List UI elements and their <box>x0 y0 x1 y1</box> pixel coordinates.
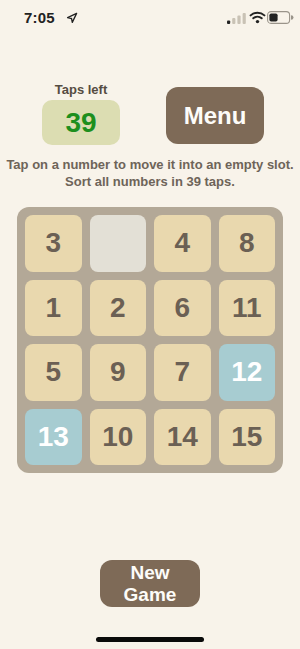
status-bar-time: 7:05 <box>24 9 55 26</box>
menu-button[interactable]: Menu <box>166 87 264 144</box>
tile-5[interactable]: 5 <box>25 344 82 401</box>
instructions-line2: Sort all numbers in 39 taps. <box>0 173 300 190</box>
tile-12[interactable]: 12 <box>219 344 276 401</box>
tile-10[interactable]: 10 <box>90 409 147 466</box>
taps-left-value: 39 <box>65 107 96 139</box>
tile-2[interactable]: 2 <box>90 280 147 337</box>
taps-left-box: 39 <box>42 100 120 145</box>
tile-13[interactable]: 13 <box>25 409 82 466</box>
instructions-text: Tap on a number to move it into an empty… <box>0 156 300 190</box>
cellular-signal-icon <box>227 12 247 24</box>
tile-15[interactable]: 15 <box>219 409 276 466</box>
home-indicator[interactable] <box>96 637 204 642</box>
location-arrow-icon <box>66 12 78 24</box>
tile-4[interactable]: 4 <box>154 215 211 272</box>
tile-14[interactable]: 14 <box>154 409 211 466</box>
new-game-button[interactable]: New Game <box>100 560 200 607</box>
tile-1[interactable]: 1 <box>25 280 82 337</box>
empty-slot <box>90 215 147 272</box>
tile-9[interactable]: 9 <box>90 344 147 401</box>
instructions-line1: Tap on a number to move it into an empty… <box>0 156 300 173</box>
tile-11[interactable]: 11 <box>219 280 276 337</box>
tile-6[interactable]: 6 <box>154 280 211 337</box>
app-screen: 7:05 Taps left 39 Menu Tap on a number t… <box>0 0 300 649</box>
tile-7[interactable]: 7 <box>154 344 211 401</box>
tile-3[interactable]: 3 <box>25 215 82 272</box>
wifi-icon <box>249 11 266 24</box>
tile-8[interactable]: 8 <box>219 215 276 272</box>
taps-left-label: Taps left <box>42 82 120 97</box>
board: 348126115971213101415 <box>17 207 283 473</box>
battery-icon <box>267 11 294 24</box>
